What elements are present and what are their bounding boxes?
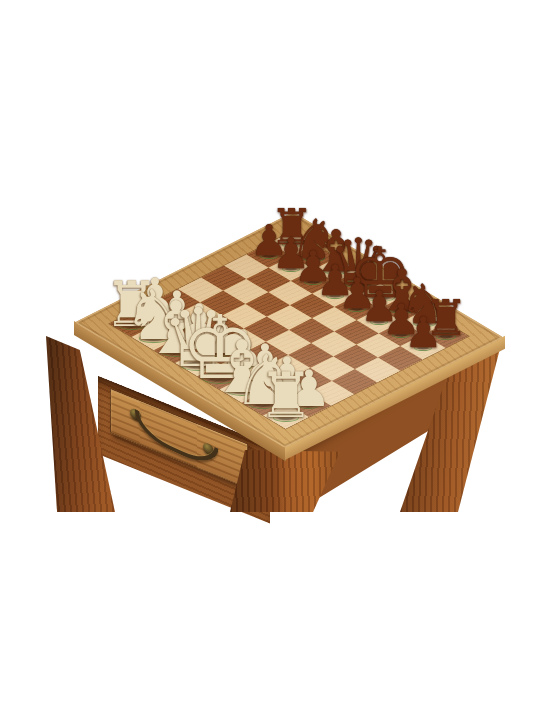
product-photo: ♜♞♝♛♚♝♞♜♟♟♟♟♟♟♟♟♟♟♟♟♟♟♟♟♜♞♝♛♚♝♞♜ <box>0 0 540 720</box>
drawer-handle-bail-icon <box>133 409 219 472</box>
